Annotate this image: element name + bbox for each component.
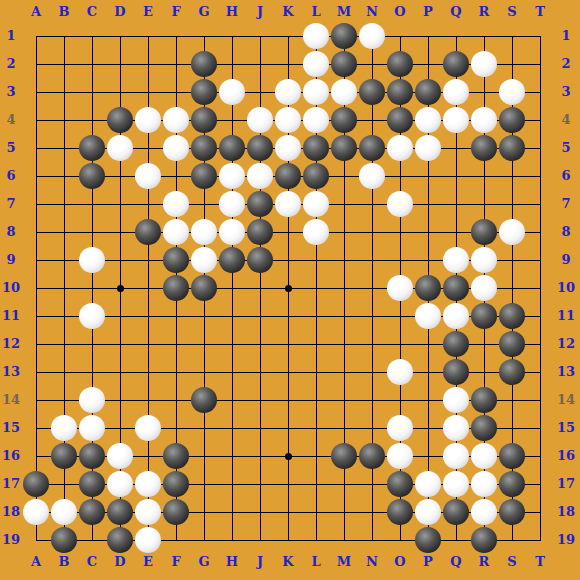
intersection[interactable] <box>442 526 470 554</box>
intersection[interactable] <box>246 442 274 470</box>
intersection[interactable] <box>22 330 50 358</box>
intersection[interactable] <box>330 526 358 554</box>
intersection[interactable] <box>50 190 78 218</box>
intersection[interactable] <box>274 498 302 526</box>
intersection[interactable] <box>498 78 526 106</box>
intersection[interactable] <box>106 358 134 386</box>
intersection[interactable] <box>302 274 330 302</box>
intersection[interactable] <box>330 330 358 358</box>
intersection[interactable] <box>274 106 302 134</box>
intersection[interactable] <box>190 78 218 106</box>
intersection[interactable] <box>526 106 554 134</box>
intersection[interactable] <box>134 274 162 302</box>
intersection[interactable] <box>50 386 78 414</box>
intersection[interactable] <box>302 330 330 358</box>
intersection[interactable] <box>358 274 386 302</box>
intersection[interactable] <box>134 246 162 274</box>
intersection[interactable] <box>134 330 162 358</box>
intersection[interactable] <box>134 218 162 246</box>
intersection[interactable] <box>526 22 554 50</box>
intersection[interactable] <box>442 442 470 470</box>
intersection[interactable] <box>162 274 190 302</box>
intersection[interactable] <box>218 414 246 442</box>
intersection[interactable] <box>414 134 442 162</box>
intersection[interactable] <box>50 442 78 470</box>
intersection[interactable] <box>498 246 526 274</box>
intersection[interactable] <box>274 162 302 190</box>
intersection[interactable] <box>498 442 526 470</box>
intersection[interactable] <box>274 246 302 274</box>
intersection[interactable] <box>330 190 358 218</box>
intersection[interactable] <box>22 162 50 190</box>
intersection[interactable] <box>526 246 554 274</box>
intersection[interactable] <box>246 274 274 302</box>
intersection[interactable] <box>78 106 106 134</box>
intersection[interactable] <box>190 498 218 526</box>
intersection[interactable] <box>386 78 414 106</box>
intersection[interactable] <box>470 386 498 414</box>
intersection[interactable] <box>470 162 498 190</box>
intersection[interactable] <box>386 498 414 526</box>
intersection[interactable] <box>330 106 358 134</box>
intersection[interactable] <box>330 246 358 274</box>
intersection[interactable] <box>386 414 414 442</box>
intersection[interactable] <box>162 218 190 246</box>
intersection[interactable] <box>470 106 498 134</box>
intersection[interactable] <box>386 330 414 358</box>
intersection[interactable] <box>78 470 106 498</box>
intersection[interactable] <box>134 22 162 50</box>
intersection[interactable] <box>22 470 50 498</box>
intersection[interactable] <box>498 414 526 442</box>
intersection[interactable] <box>106 470 134 498</box>
intersection[interactable] <box>134 526 162 554</box>
intersection[interactable] <box>22 498 50 526</box>
intersection[interactable] <box>274 414 302 442</box>
intersection[interactable] <box>134 414 162 442</box>
intersection[interactable] <box>526 274 554 302</box>
intersection[interactable] <box>218 218 246 246</box>
intersection[interactable] <box>106 50 134 78</box>
intersection[interactable] <box>302 246 330 274</box>
intersection[interactable] <box>386 22 414 50</box>
intersection[interactable] <box>162 358 190 386</box>
intersection[interactable] <box>162 190 190 218</box>
intersection[interactable] <box>302 50 330 78</box>
intersection[interactable] <box>162 498 190 526</box>
intersection[interactable] <box>106 134 134 162</box>
intersection[interactable] <box>218 50 246 78</box>
intersection[interactable] <box>414 274 442 302</box>
intersection[interactable] <box>498 22 526 50</box>
intersection[interactable] <box>330 498 358 526</box>
intersection[interactable] <box>190 22 218 50</box>
intersection[interactable] <box>106 526 134 554</box>
intersection[interactable] <box>274 386 302 414</box>
intersection[interactable] <box>470 134 498 162</box>
intersection[interactable] <box>274 442 302 470</box>
intersection[interactable] <box>358 78 386 106</box>
intersection[interactable] <box>22 302 50 330</box>
intersection[interactable] <box>162 22 190 50</box>
intersection[interactable] <box>190 442 218 470</box>
intersection[interactable] <box>246 218 274 246</box>
intersection[interactable] <box>246 134 274 162</box>
intersection[interactable] <box>50 302 78 330</box>
intersection[interactable] <box>134 162 162 190</box>
intersection[interactable] <box>442 358 470 386</box>
intersection[interactable] <box>386 470 414 498</box>
intersection[interactable] <box>526 78 554 106</box>
intersection[interactable] <box>498 302 526 330</box>
intersection[interactable] <box>526 50 554 78</box>
intersection[interactable] <box>218 526 246 554</box>
intersection[interactable] <box>302 386 330 414</box>
intersection[interactable] <box>246 162 274 190</box>
intersection[interactable] <box>442 470 470 498</box>
intersection[interactable] <box>358 470 386 498</box>
intersection[interactable] <box>246 106 274 134</box>
intersection[interactable] <box>498 50 526 78</box>
intersection[interactable] <box>526 498 554 526</box>
intersection[interactable] <box>246 330 274 358</box>
intersection[interactable] <box>526 386 554 414</box>
intersection[interactable] <box>106 78 134 106</box>
intersection[interactable] <box>442 498 470 526</box>
intersection[interactable] <box>442 134 470 162</box>
intersection[interactable] <box>50 134 78 162</box>
intersection[interactable] <box>218 106 246 134</box>
intersection[interactable] <box>50 358 78 386</box>
intersection[interactable] <box>498 274 526 302</box>
intersection[interactable] <box>414 78 442 106</box>
intersection[interactable] <box>470 246 498 274</box>
intersection[interactable] <box>442 302 470 330</box>
intersection[interactable] <box>442 162 470 190</box>
intersection[interactable] <box>302 162 330 190</box>
intersection[interactable] <box>78 22 106 50</box>
intersection[interactable] <box>498 498 526 526</box>
intersection[interactable] <box>526 470 554 498</box>
intersection[interactable] <box>470 302 498 330</box>
intersection[interactable] <box>134 386 162 414</box>
intersection[interactable] <box>330 414 358 442</box>
intersection[interactable] <box>414 470 442 498</box>
intersection[interactable] <box>134 106 162 134</box>
intersection[interactable] <box>106 190 134 218</box>
intersection[interactable] <box>50 498 78 526</box>
intersection[interactable] <box>78 50 106 78</box>
intersection[interactable] <box>22 526 50 554</box>
intersection[interactable] <box>218 22 246 50</box>
intersection[interactable] <box>274 274 302 302</box>
intersection[interactable] <box>526 358 554 386</box>
intersection[interactable] <box>442 106 470 134</box>
intersection[interactable] <box>134 78 162 106</box>
intersection[interactable] <box>386 134 414 162</box>
intersection[interactable] <box>22 134 50 162</box>
intersection[interactable] <box>526 442 554 470</box>
intersection[interactable] <box>470 442 498 470</box>
intersection[interactable] <box>274 330 302 358</box>
intersection[interactable] <box>274 526 302 554</box>
intersection[interactable] <box>78 246 106 274</box>
intersection[interactable] <box>526 190 554 218</box>
intersection[interactable] <box>190 106 218 134</box>
intersection[interactable] <box>526 302 554 330</box>
intersection[interactable] <box>358 498 386 526</box>
intersection[interactable] <box>358 302 386 330</box>
intersection[interactable] <box>106 246 134 274</box>
intersection[interactable] <box>106 218 134 246</box>
intersection[interactable] <box>414 358 442 386</box>
intersection[interactable] <box>330 78 358 106</box>
intersection[interactable] <box>162 526 190 554</box>
intersection[interactable] <box>106 302 134 330</box>
intersection[interactable] <box>246 78 274 106</box>
intersection[interactable] <box>50 22 78 50</box>
intersection[interactable] <box>50 106 78 134</box>
intersection[interactable] <box>302 190 330 218</box>
intersection[interactable] <box>414 414 442 442</box>
intersection[interactable] <box>22 22 50 50</box>
intersection[interactable] <box>498 526 526 554</box>
intersection[interactable] <box>78 274 106 302</box>
intersection[interactable] <box>162 386 190 414</box>
intersection[interactable] <box>22 106 50 134</box>
intersection[interactable] <box>414 50 442 78</box>
intersection[interactable] <box>162 78 190 106</box>
intersection[interactable] <box>134 470 162 498</box>
intersection[interactable] <box>22 78 50 106</box>
intersection[interactable] <box>386 302 414 330</box>
intersection[interactable] <box>330 134 358 162</box>
intersection[interactable] <box>498 218 526 246</box>
intersection[interactable] <box>274 302 302 330</box>
intersection[interactable] <box>134 302 162 330</box>
intersection[interactable] <box>246 526 274 554</box>
intersection[interactable] <box>22 218 50 246</box>
intersection[interactable] <box>414 442 442 470</box>
intersection[interactable] <box>358 162 386 190</box>
intersection[interactable] <box>106 414 134 442</box>
intersection[interactable] <box>50 526 78 554</box>
intersection[interactable] <box>22 190 50 218</box>
intersection[interactable] <box>162 134 190 162</box>
intersection[interactable] <box>162 330 190 358</box>
intersection[interactable] <box>134 442 162 470</box>
intersection[interactable] <box>358 330 386 358</box>
intersection[interactable] <box>442 246 470 274</box>
intersection[interactable] <box>302 302 330 330</box>
intersection[interactable] <box>50 274 78 302</box>
intersection[interactable] <box>358 134 386 162</box>
intersection[interactable] <box>218 78 246 106</box>
intersection[interactable] <box>22 442 50 470</box>
intersection[interactable] <box>386 50 414 78</box>
intersection[interactable] <box>274 50 302 78</box>
intersection[interactable] <box>358 358 386 386</box>
intersection[interactable] <box>190 358 218 386</box>
intersection[interactable] <box>470 470 498 498</box>
intersection[interactable] <box>414 106 442 134</box>
intersection[interactable] <box>190 414 218 442</box>
intersection[interactable] <box>218 330 246 358</box>
intersection[interactable] <box>50 414 78 442</box>
intersection[interactable] <box>330 274 358 302</box>
intersection[interactable] <box>526 162 554 190</box>
intersection[interactable] <box>190 134 218 162</box>
intersection[interactable] <box>22 274 50 302</box>
intersection[interactable] <box>22 246 50 274</box>
intersection[interactable] <box>190 274 218 302</box>
intersection[interactable] <box>470 50 498 78</box>
intersection[interactable] <box>78 498 106 526</box>
intersection[interactable] <box>470 358 498 386</box>
intersection[interactable] <box>134 358 162 386</box>
intersection[interactable] <box>470 498 498 526</box>
intersection[interactable] <box>470 22 498 50</box>
intersection[interactable] <box>218 134 246 162</box>
intersection[interactable] <box>190 50 218 78</box>
intersection[interactable] <box>526 526 554 554</box>
intersection[interactable] <box>414 190 442 218</box>
intersection[interactable] <box>358 442 386 470</box>
intersection[interactable] <box>106 442 134 470</box>
intersection[interactable] <box>246 470 274 498</box>
intersection[interactable] <box>330 218 358 246</box>
intersection[interactable] <box>526 134 554 162</box>
intersection[interactable] <box>386 218 414 246</box>
intersection[interactable] <box>414 162 442 190</box>
intersection[interactable] <box>330 442 358 470</box>
intersection[interactable] <box>78 526 106 554</box>
intersection[interactable] <box>358 414 386 442</box>
intersection[interactable] <box>386 106 414 134</box>
intersection[interactable] <box>358 190 386 218</box>
intersection[interactable] <box>330 50 358 78</box>
intersection[interactable] <box>302 442 330 470</box>
intersection[interactable] <box>442 190 470 218</box>
intersection[interactable] <box>386 274 414 302</box>
intersection[interactable] <box>498 190 526 218</box>
intersection[interactable] <box>470 218 498 246</box>
intersection[interactable] <box>218 162 246 190</box>
intersection[interactable] <box>190 386 218 414</box>
intersection[interactable] <box>498 162 526 190</box>
intersection[interactable] <box>330 386 358 414</box>
intersection[interactable] <box>190 162 218 190</box>
intersection[interactable] <box>22 386 50 414</box>
intersection[interactable] <box>386 442 414 470</box>
intersection[interactable] <box>358 386 386 414</box>
intersection[interactable] <box>470 274 498 302</box>
intersection[interactable] <box>78 190 106 218</box>
intersection[interactable] <box>218 274 246 302</box>
intersection[interactable] <box>162 162 190 190</box>
intersection[interactable] <box>78 330 106 358</box>
intersection[interactable] <box>218 246 246 274</box>
intersection[interactable] <box>78 358 106 386</box>
intersection[interactable] <box>330 302 358 330</box>
intersection[interactable] <box>302 78 330 106</box>
intersection[interactable] <box>274 78 302 106</box>
intersection[interactable] <box>106 498 134 526</box>
intersection[interactable] <box>78 442 106 470</box>
intersection[interactable] <box>330 470 358 498</box>
intersection[interactable] <box>162 442 190 470</box>
intersection[interactable] <box>218 358 246 386</box>
intersection[interactable] <box>386 190 414 218</box>
intersection[interactable] <box>190 302 218 330</box>
intersection[interactable] <box>162 302 190 330</box>
intersection[interactable] <box>22 414 50 442</box>
intersection[interactable] <box>470 414 498 442</box>
intersection[interactable] <box>498 330 526 358</box>
intersection[interactable] <box>442 274 470 302</box>
intersection[interactable] <box>414 302 442 330</box>
intersection[interactable] <box>50 50 78 78</box>
intersection[interactable] <box>274 190 302 218</box>
intersection[interactable] <box>246 386 274 414</box>
intersection[interactable] <box>218 470 246 498</box>
intersection[interactable] <box>218 386 246 414</box>
intersection[interactable] <box>50 470 78 498</box>
intersection[interactable] <box>106 386 134 414</box>
intersection[interactable] <box>442 330 470 358</box>
intersection[interactable] <box>134 498 162 526</box>
intersection[interactable] <box>190 190 218 218</box>
intersection[interactable] <box>246 498 274 526</box>
intersection[interactable] <box>190 330 218 358</box>
intersection[interactable] <box>134 134 162 162</box>
intersection[interactable] <box>106 162 134 190</box>
intersection[interactable] <box>526 218 554 246</box>
intersection[interactable] <box>498 134 526 162</box>
intersection[interactable] <box>274 22 302 50</box>
intersection[interactable] <box>414 246 442 274</box>
intersection[interactable] <box>498 106 526 134</box>
intersection[interactable] <box>246 22 274 50</box>
intersection[interactable] <box>358 50 386 78</box>
intersection[interactable] <box>330 358 358 386</box>
intersection[interactable] <box>106 274 134 302</box>
intersection[interactable] <box>162 246 190 274</box>
intersection[interactable] <box>190 470 218 498</box>
intersection[interactable] <box>414 526 442 554</box>
intersection[interactable] <box>78 134 106 162</box>
intersection[interactable] <box>78 78 106 106</box>
intersection[interactable] <box>78 218 106 246</box>
intersection[interactable] <box>274 358 302 386</box>
intersection[interactable] <box>470 526 498 554</box>
intersection[interactable] <box>470 190 498 218</box>
intersection[interactable] <box>246 358 274 386</box>
intersection[interactable] <box>330 162 358 190</box>
intersection[interactable] <box>134 190 162 218</box>
intersection[interactable] <box>498 386 526 414</box>
intersection[interactable] <box>218 302 246 330</box>
intersection[interactable] <box>22 358 50 386</box>
intersection[interactable] <box>442 50 470 78</box>
intersection[interactable] <box>442 218 470 246</box>
intersection[interactable] <box>78 162 106 190</box>
intersection[interactable] <box>246 246 274 274</box>
intersection[interactable] <box>330 22 358 50</box>
intersection[interactable] <box>498 358 526 386</box>
intersection[interactable] <box>470 78 498 106</box>
intersection[interactable] <box>274 218 302 246</box>
